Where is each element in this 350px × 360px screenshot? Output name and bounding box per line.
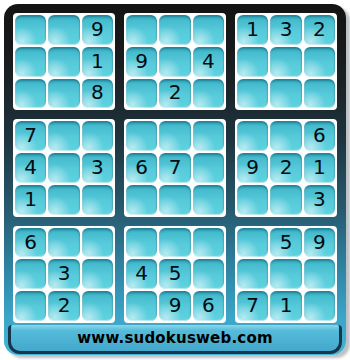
cell-r1c2[interactable]: [48, 15, 79, 45]
cell-r7c9[interactable]: 9: [304, 228, 335, 258]
cell-r7c5[interactable]: [159, 228, 190, 258]
cell-r1c9[interactable]: 2: [304, 15, 335, 45]
cell-r6c3[interactable]: [82, 185, 113, 215]
cell-r2c4[interactable]: 9: [126, 47, 157, 77]
cell-r8c8[interactable]: [270, 259, 301, 289]
cell-r1c6[interactable]: [193, 15, 224, 45]
cell-r5c8[interactable]: 2: [270, 153, 301, 183]
cell-r9c8[interactable]: 1: [270, 291, 301, 321]
cell-r8c7[interactable]: [237, 259, 268, 289]
cell-r8c3[interactable]: [82, 259, 113, 289]
given-digit: 4: [202, 51, 215, 71]
given-digit: 8: [91, 82, 104, 102]
cell-r8c1[interactable]: [15, 259, 46, 289]
cell-r1c3[interactable]: 9: [82, 15, 113, 45]
given-digit: 5: [280, 232, 293, 252]
cell-r5c3[interactable]: 3: [82, 153, 113, 183]
box-8: 4596: [124, 226, 226, 323]
cell-r4c8[interactable]: [270, 121, 301, 151]
cell-r3c2[interactable]: [48, 79, 79, 109]
cell-r3c6[interactable]: [193, 79, 224, 109]
given-digit: 9: [135, 51, 148, 71]
cell-r2c7[interactable]: [237, 47, 268, 77]
given-digit: 2: [58, 295, 71, 315]
cell-r1c7[interactable]: 1: [237, 15, 268, 45]
cell-r2c1[interactable]: [15, 47, 46, 77]
given-digit: 1: [91, 51, 104, 71]
cell-r6c7[interactable]: [237, 185, 268, 215]
cell-r7c4[interactable]: [126, 228, 157, 258]
cell-r2c2[interactable]: [48, 47, 79, 77]
cell-r4c2[interactable]: [48, 121, 79, 151]
cell-r2c9[interactable]: [304, 47, 335, 77]
cell-r1c8[interactable]: 3: [270, 15, 301, 45]
given-digit: 1: [280, 295, 293, 315]
cell-r3c1[interactable]: [15, 79, 46, 109]
box-6: 69213: [235, 119, 337, 216]
cell-r4c7[interactable]: [237, 121, 268, 151]
cell-r7c1[interactable]: 6: [15, 228, 46, 258]
cell-r6c9[interactable]: 3: [304, 185, 335, 215]
cell-r3c5[interactable]: 2: [159, 79, 190, 109]
cell-r4c4[interactable]: [126, 121, 157, 151]
box-2: 942: [124, 13, 226, 110]
cell-r8c6[interactable]: [193, 259, 224, 289]
cell-r4c5[interactable]: [159, 121, 190, 151]
cell-r3c3[interactable]: 8: [82, 79, 113, 109]
given-digit: 2: [169, 82, 182, 102]
given-digit: 3: [58, 263, 71, 283]
cell-r5c7[interactable]: 9: [237, 153, 268, 183]
cell-r9c4[interactable]: [126, 291, 157, 321]
cell-r7c3[interactable]: [82, 228, 113, 258]
cell-r4c9[interactable]: 6: [304, 121, 335, 151]
box-5: 67: [124, 119, 226, 216]
cell-r9c3[interactable]: [82, 291, 113, 321]
cell-r9c2[interactable]: 2: [48, 291, 79, 321]
given-digit: 3: [280, 19, 293, 39]
cell-r9c5[interactable]: 9: [159, 291, 190, 321]
given-digit: 6: [135, 157, 148, 177]
box-9: 5971: [235, 226, 337, 323]
cell-r7c7[interactable]: [237, 228, 268, 258]
given-digit: 5: [169, 263, 182, 283]
given-digit: 1: [24, 189, 37, 209]
cell-r6c2[interactable]: [48, 185, 79, 215]
given-digit: 7: [246, 295, 259, 315]
cell-r5c6[interactable]: [193, 153, 224, 183]
cell-r8c9[interactable]: [304, 259, 335, 289]
cell-r5c9[interactable]: 1: [304, 153, 335, 183]
cell-r4c3[interactable]: [82, 121, 113, 151]
cell-r3c9[interactable]: [304, 79, 335, 109]
box-3: 132: [235, 13, 337, 110]
cell-r6c5[interactable]: [159, 185, 190, 215]
cell-r5c4[interactable]: 6: [126, 153, 157, 183]
cell-r2c5[interactable]: [159, 47, 190, 77]
given-digit: 2: [313, 19, 326, 39]
given-digit: 2: [280, 157, 293, 177]
given-digit: 4: [135, 263, 148, 283]
cell-r7c6[interactable]: [193, 228, 224, 258]
cell-r2c8[interactable]: [270, 47, 301, 77]
given-digit: 6: [202, 295, 215, 315]
cell-r9c7[interactable]: 7: [237, 291, 268, 321]
given-digit: 9: [313, 232, 326, 252]
given-digit: 1: [246, 19, 259, 39]
cell-r7c2[interactable]: [48, 228, 79, 258]
cell-r9c9[interactable]: [304, 291, 335, 321]
sudoku-frame: 9189421327431676921363245965971 www.sudo…: [4, 4, 346, 355]
footer-bar: www.sudokusweb.com: [8, 325, 342, 354]
cell-r8c2[interactable]: 3: [48, 259, 79, 289]
given-digit: 3: [91, 157, 104, 177]
given-digit: 1: [313, 157, 326, 177]
cell-r6c4[interactable]: [126, 185, 157, 215]
given-digit: 9: [91, 19, 104, 39]
given-digit: 7: [24, 125, 37, 145]
cell-r2c6[interactable]: 4: [193, 47, 224, 77]
cell-r1c4[interactable]: [126, 15, 157, 45]
given-digit: 9: [169, 295, 182, 315]
given-digit: 9: [246, 157, 259, 177]
cell-r3c4[interactable]: [126, 79, 157, 109]
given-digit: 6: [313, 125, 326, 145]
cell-r5c2[interactable]: [48, 153, 79, 183]
sudoku-board: 9189421327431676921363245965971: [13, 13, 337, 323]
cell-r3c8[interactable]: [270, 79, 301, 109]
given-digit: 7: [169, 157, 182, 177]
cell-r4c1[interactable]: 7: [15, 121, 46, 151]
cell-r6c6[interactable]: [193, 185, 224, 215]
cell-r5c5[interactable]: 7: [159, 153, 190, 183]
cell-r5c1[interactable]: 4: [15, 153, 46, 183]
box-7: 632: [13, 226, 115, 323]
cell-r1c5[interactable]: [159, 15, 190, 45]
cell-r9c6[interactable]: 6: [193, 291, 224, 321]
cell-r7c8[interactable]: 5: [270, 228, 301, 258]
given-digit: 4: [24, 157, 37, 177]
given-digit: 3: [313, 189, 326, 209]
box-4: 7431: [13, 119, 115, 216]
cell-r4c6[interactable]: [193, 121, 224, 151]
site-url: www.sudokusweb.com: [77, 329, 272, 347]
given-digit: 6: [24, 232, 37, 252]
box-1: 918: [13, 13, 115, 110]
cell-r6c8[interactable]: [270, 185, 301, 215]
cell-r8c4[interactable]: 4: [126, 259, 157, 289]
cell-r9c1[interactable]: [15, 291, 46, 321]
cell-r6c1[interactable]: 1: [15, 185, 46, 215]
cell-r3c7[interactable]: [237, 79, 268, 109]
cell-r1c1[interactable]: [15, 15, 46, 45]
cell-r2c3[interactable]: 1: [82, 47, 113, 77]
cell-r8c5[interactable]: 5: [159, 259, 190, 289]
